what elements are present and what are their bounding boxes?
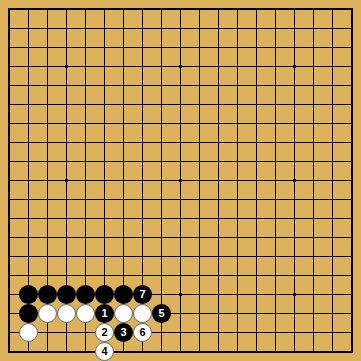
black-stone: [114, 285, 133, 304]
grid-line-vertical: [332, 9, 333, 352]
black-stone: [57, 285, 76, 304]
stone-move-4: 4: [95, 342, 114, 361]
grid-line-vertical: [218, 9, 219, 352]
stone-move-7: 7: [133, 285, 152, 304]
grid-line-horizontal: [9, 218, 352, 219]
star-point: [179, 293, 182, 296]
stone-move-3: 3: [114, 323, 133, 342]
white-stone: [76, 304, 95, 323]
white-stone: [133, 304, 152, 323]
stone-move-5: 5: [152, 304, 171, 323]
stone-move-1: 1: [95, 304, 114, 323]
grid-line-horizontal: [9, 256, 352, 257]
grid-line-horizontal: [9, 237, 352, 238]
white-stone: [38, 304, 57, 323]
grid-line-horizontal: [9, 275, 352, 276]
grid-line-vertical: [199, 9, 200, 352]
grid-line-vertical: [237, 9, 238, 352]
black-stone: [76, 285, 95, 304]
star-point: [293, 65, 296, 68]
star-point: [65, 65, 68, 68]
black-stone: [19, 285, 38, 304]
go-board[interactable]: 7152364: [0, 0, 361, 361]
star-point: [293, 293, 296, 296]
black-stone: [95, 285, 114, 304]
black-stone: [19, 304, 38, 323]
star-point: [293, 179, 296, 182]
star-point: [65, 179, 68, 182]
black-stone: [38, 285, 57, 304]
grid-line-horizontal: [9, 332, 352, 333]
white-stone: [114, 304, 133, 323]
grid-line-vertical: [275, 9, 276, 352]
grid-line-vertical: [313, 9, 314, 352]
stone-move-2: 2: [95, 323, 114, 342]
star-point: [179, 65, 182, 68]
grid-line-vertical: [256, 9, 257, 352]
white-stone: [19, 323, 38, 342]
stone-move-6: 6: [133, 323, 152, 342]
star-point: [179, 179, 182, 182]
white-stone: [57, 304, 76, 323]
grid-line-horizontal: [9, 199, 352, 200]
